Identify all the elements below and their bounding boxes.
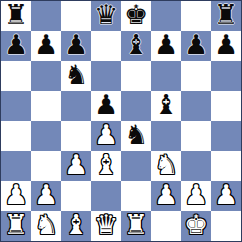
white-king: ♚ [184,210,208,240]
square-f8[interactable] [151,1,181,31]
square-d2[interactable] [91,181,121,211]
square-e4[interactable]: ♞ [121,121,151,151]
square-g6[interactable] [181,61,211,91]
square-a7[interactable]: ♟ [1,31,31,61]
square-a3[interactable] [1,151,31,181]
white-pawn: ♟ [94,120,118,150]
square-h8[interactable]: ♜ [211,1,241,31]
square-e6[interactable] [121,61,151,91]
white-knight: ♞ [154,150,178,180]
square-d7[interactable] [91,31,121,61]
black-pawn: ♟ [4,30,28,60]
square-h1[interactable] [211,211,241,241]
black-pawn: ♟ [184,30,208,60]
black-rook: ♜ [4,0,28,30]
square-b1[interactable]: ♞ [31,211,61,241]
square-b6[interactable] [31,61,61,91]
square-e5[interactable] [121,91,151,121]
square-c2[interactable] [61,181,91,211]
square-a5[interactable] [1,91,31,121]
square-d5[interactable]: ♟ [91,91,121,121]
white-bishop: ♝ [94,150,118,180]
square-e3[interactable] [121,151,151,181]
square-d3[interactable]: ♝ [91,151,121,181]
square-f2[interactable]: ♟ [151,181,181,211]
black-bishop: ♝ [124,30,148,60]
square-h6[interactable] [211,61,241,91]
square-b8[interactable] [31,1,61,31]
square-b3[interactable] [31,151,61,181]
black-queen: ♛ [94,0,118,30]
square-c5[interactable] [61,91,91,121]
white-pawn: ♟ [64,150,88,180]
square-c6[interactable]: ♞ [61,61,91,91]
black-knight: ♞ [64,60,88,90]
square-c7[interactable]: ♟ [61,31,91,61]
white-rook: ♜ [124,210,148,240]
square-g5[interactable] [181,91,211,121]
white-pawn: ♟ [184,180,208,210]
white-bishop: ♝ [64,210,88,240]
square-d4[interactable]: ♟ [91,121,121,151]
square-h3[interactable] [211,151,241,181]
black-pawn: ♟ [214,30,238,60]
black-king: ♚ [124,0,148,30]
square-e2[interactable] [121,181,151,211]
white-pawn: ♟ [34,180,58,210]
square-c8[interactable] [61,1,91,31]
square-c3[interactable]: ♟ [61,151,91,181]
square-c1[interactable]: ♝ [61,211,91,241]
square-h4[interactable] [211,121,241,151]
square-g8[interactable] [181,1,211,31]
square-e7[interactable]: ♝ [121,31,151,61]
square-d8[interactable]: ♛ [91,1,121,31]
square-e8[interactable]: ♚ [121,1,151,31]
white-pawn: ♟ [214,180,238,210]
square-c4[interactable] [61,121,91,151]
square-a6[interactable] [1,61,31,91]
white-queen: ♛ [94,210,118,240]
black-pawn: ♟ [34,30,58,60]
square-h2[interactable]: ♟ [211,181,241,211]
white-pawn: ♟ [4,180,28,210]
square-g4[interactable] [181,121,211,151]
square-b7[interactable]: ♟ [31,31,61,61]
white-rook: ♜ [4,210,28,240]
square-g2[interactable]: ♟ [181,181,211,211]
square-d6[interactable] [91,61,121,91]
square-b2[interactable]: ♟ [31,181,61,211]
square-f4[interactable] [151,121,181,151]
square-a4[interactable] [1,121,31,151]
square-b4[interactable] [31,121,61,151]
black-pawn: ♟ [94,90,118,120]
square-a1[interactable]: ♜ [1,211,31,241]
square-h5[interactable] [211,91,241,121]
chess-board: ♜♛♚♜♟♟♟♝♟♟♟♞♟♝♟♞♟♝♞♟♟♟♟♟♜♞♝♛♜♚ [0,0,242,242]
black-pawn: ♟ [64,30,88,60]
white-knight: ♞ [34,210,58,240]
black-bishop: ♝ [154,90,178,120]
black-knight: ♞ [124,120,148,150]
square-e1[interactable]: ♜ [121,211,151,241]
square-h7[interactable]: ♟ [211,31,241,61]
black-rook: ♜ [214,0,238,30]
square-f5[interactable]: ♝ [151,91,181,121]
square-f7[interactable]: ♟ [151,31,181,61]
square-a2[interactable]: ♟ [1,181,31,211]
white-pawn: ♟ [154,180,178,210]
square-g1[interactable]: ♚ [181,211,211,241]
square-f6[interactable] [151,61,181,91]
square-g7[interactable]: ♟ [181,31,211,61]
square-b5[interactable] [31,91,61,121]
square-d1[interactable]: ♛ [91,211,121,241]
square-f1[interactable] [151,211,181,241]
square-f3[interactable]: ♞ [151,151,181,181]
black-pawn: ♟ [154,30,178,60]
square-a8[interactable]: ♜ [1,1,31,31]
square-g3[interactable] [181,151,211,181]
